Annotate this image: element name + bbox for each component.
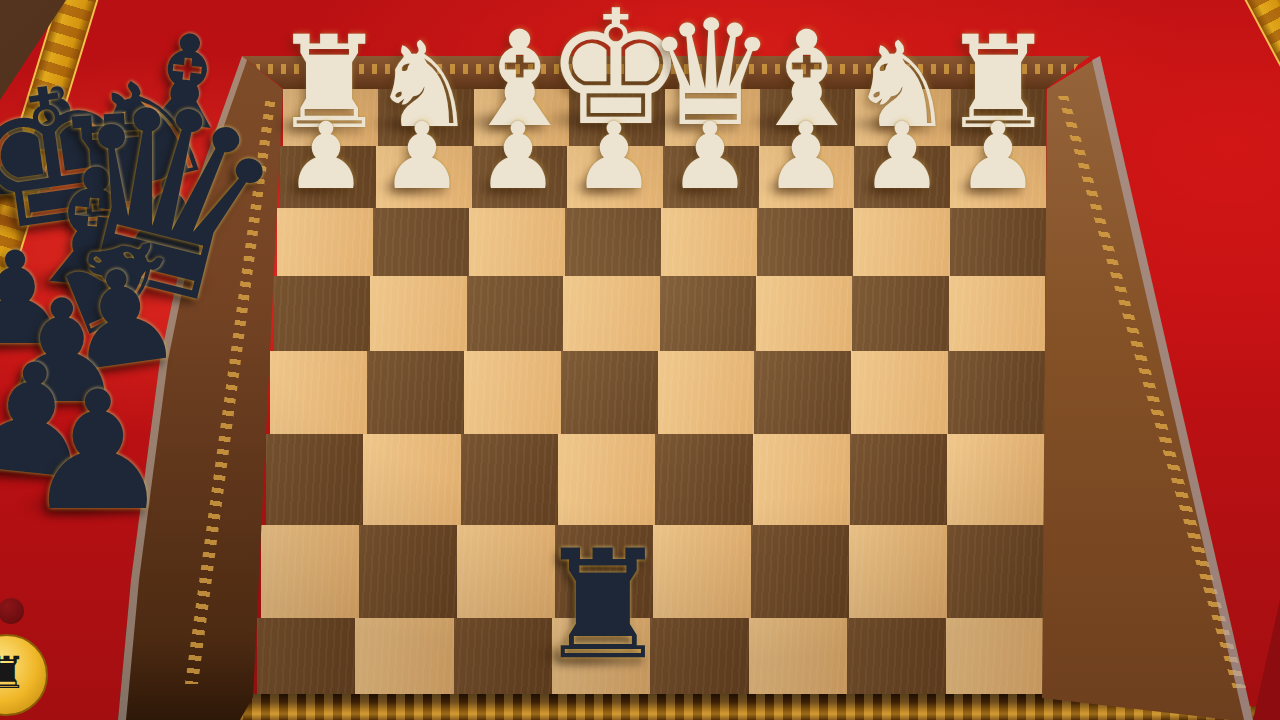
square-e3[interactable]: [565, 208, 661, 276]
square-a5[interactable]: [948, 351, 1045, 434]
board-rank-3: [277, 208, 1046, 276]
square-g8[interactable]: [355, 618, 453, 716]
square-h8[interactable]: [257, 618, 355, 716]
white-pawn-e2[interactable]: ♟: [573, 111, 655, 203]
square-a8[interactable]: [946, 618, 1044, 716]
square-d5[interactable]: [658, 351, 755, 434]
board-rank-6: [266, 434, 1045, 525]
black-pawn[interactable]: ♟: [24, 370, 171, 534]
square-h4[interactable]: [274, 276, 370, 351]
white-pawn-d2[interactable]: ♟: [669, 111, 751, 203]
board-rank-5: [270, 351, 1045, 434]
square-g3[interactable]: [373, 208, 469, 276]
square-b7[interactable]: [849, 525, 947, 618]
badge-dot: [0, 598, 24, 624]
square-d3[interactable]: [661, 208, 757, 276]
square-h7[interactable]: [261, 525, 359, 618]
square-b8[interactable]: [847, 618, 945, 716]
square-h3[interactable]: [277, 208, 373, 276]
square-a4[interactable]: [949, 276, 1045, 351]
white-pawn-a2[interactable]: ♟: [957, 111, 1039, 203]
square-b5[interactable]: [851, 351, 948, 434]
square-f4[interactable]: [467, 276, 563, 351]
square-f6[interactable]: [461, 434, 558, 525]
white-pawn-c2[interactable]: ♟: [765, 111, 847, 203]
square-b4[interactable]: [852, 276, 948, 351]
square-e6[interactable]: [558, 434, 655, 525]
square-e4[interactable]: [563, 276, 659, 351]
square-c7[interactable]: [751, 525, 849, 618]
carpet-gold-trim-right: [1236, 0, 1280, 187]
square-h5[interactable]: [270, 351, 367, 434]
game-scene: ♜♞♝♚♛♝♞♜♟♟♟♟♟♟♟♟♜ ♛♚♜♝♝♞♞♟♟♟♟♟♟♟♟ ♜: [0, 0, 1280, 720]
square-g5[interactable]: [367, 351, 464, 434]
square-g4[interactable]: [370, 276, 466, 351]
square-b3[interactable]: [853, 208, 949, 276]
square-c3[interactable]: [757, 208, 853, 276]
square-f5[interactable]: [464, 351, 561, 434]
square-a6[interactable]: [947, 434, 1044, 525]
square-a7[interactable]: [947, 525, 1045, 618]
square-c5[interactable]: [754, 351, 851, 434]
square-c8[interactable]: [749, 618, 847, 716]
square-a3[interactable]: [950, 208, 1046, 276]
white-pawn-f2[interactable]: ♟: [477, 111, 559, 203]
white-pawn-b2[interactable]: ♟: [861, 111, 943, 203]
square-d6[interactable]: [655, 434, 752, 525]
square-g6[interactable]: [363, 434, 460, 525]
white-pawn-g2[interactable]: ♟: [381, 111, 463, 203]
black-rook-e8[interactable]: ♜: [536, 530, 670, 680]
player-badge-button[interactable]: ♜: [0, 634, 48, 716]
badge-piece-icon: ♜: [0, 651, 27, 695]
square-c6[interactable]: [753, 434, 850, 525]
square-d4[interactable]: [660, 276, 756, 351]
square-e5[interactable]: [561, 351, 658, 434]
square-b6[interactable]: [850, 434, 947, 525]
square-g7[interactable]: [359, 525, 457, 618]
square-c4[interactable]: [756, 276, 852, 351]
board-rank-4: [274, 276, 1046, 351]
square-h6[interactable]: [266, 434, 363, 525]
square-f3[interactable]: [469, 208, 565, 276]
